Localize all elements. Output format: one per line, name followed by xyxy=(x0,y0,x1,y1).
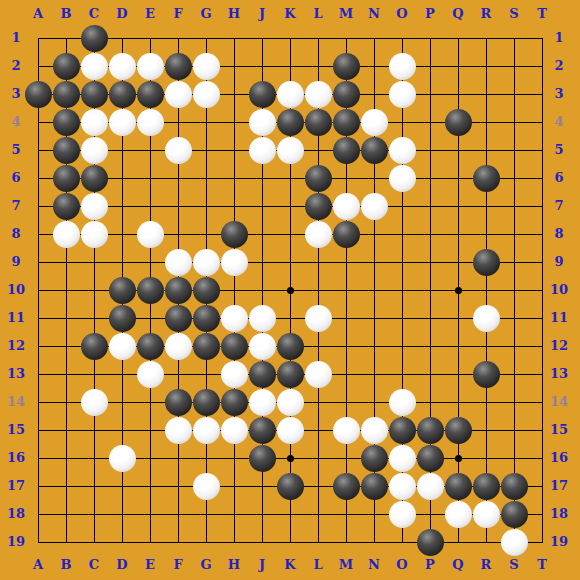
white-stone-F3 xyxy=(165,81,192,108)
white-stone-N7 xyxy=(361,193,388,220)
col-label-top-K: K xyxy=(280,7,300,21)
row-label-right-1: 1 xyxy=(546,31,572,45)
black-stone-M2 xyxy=(333,53,360,80)
black-stone-F10 xyxy=(165,277,192,304)
row-label-left-1: 1 xyxy=(3,31,29,45)
black-stone-H12 xyxy=(221,333,248,360)
row-label-right-3: 3 xyxy=(546,87,572,101)
white-stone-L3 xyxy=(305,81,332,108)
row-label-right-4: 4 xyxy=(546,115,572,129)
black-stone-G14 xyxy=(193,389,220,416)
col-label-bottom-P: P xyxy=(420,558,440,572)
col-label-top-G: G xyxy=(196,7,216,21)
star-point-Q16 xyxy=(455,455,462,462)
row-label-left-2: 2 xyxy=(3,59,29,73)
white-stone-N4 xyxy=(361,109,388,136)
white-stone-J14 xyxy=(249,389,276,416)
white-stone-C2 xyxy=(81,53,108,80)
col-label-bottom-C: C xyxy=(84,558,104,572)
col-label-bottom-G: G xyxy=(196,558,216,572)
black-stone-O15 xyxy=(389,417,416,444)
white-stone-O16 xyxy=(389,445,416,472)
col-label-bottom-H: H xyxy=(224,558,244,572)
black-stone-H14 xyxy=(221,389,248,416)
black-stone-J13 xyxy=(249,361,276,388)
white-stone-M7 xyxy=(333,193,360,220)
col-label-bottom-D: D xyxy=(112,558,132,572)
col-label-bottom-Q: Q xyxy=(448,558,468,572)
white-stone-D2 xyxy=(109,53,136,80)
col-label-top-J: J xyxy=(252,7,272,21)
row-label-right-2: 2 xyxy=(546,59,572,73)
row-label-left-13: 13 xyxy=(3,367,29,381)
col-label-top-E: E xyxy=(140,7,160,21)
white-stone-C8 xyxy=(81,221,108,248)
col-label-top-P: P xyxy=(420,7,440,21)
white-stone-O18 xyxy=(389,501,416,528)
white-stone-E8 xyxy=(137,221,164,248)
black-stone-A3 xyxy=(25,81,52,108)
black-stone-Q4 xyxy=(445,109,472,136)
white-stone-O3 xyxy=(389,81,416,108)
black-stone-N5 xyxy=(361,137,388,164)
col-label-bottom-T: T xyxy=(532,558,552,572)
col-label-top-C: C xyxy=(84,7,104,21)
white-stone-R18 xyxy=(473,501,500,528)
black-stone-E12 xyxy=(137,333,164,360)
white-stone-G9 xyxy=(193,249,220,276)
white-stone-F9 xyxy=(165,249,192,276)
star-point-K10 xyxy=(287,287,294,294)
white-stone-G15 xyxy=(193,417,220,444)
white-stone-C4 xyxy=(81,109,108,136)
white-stone-H13 xyxy=(221,361,248,388)
col-label-top-O: O xyxy=(392,7,412,21)
black-stone-L7 xyxy=(305,193,332,220)
col-label-top-F: F xyxy=(168,7,188,21)
white-stone-E13 xyxy=(137,361,164,388)
row-label-left-15: 15 xyxy=(3,423,29,437)
white-stone-O17 xyxy=(389,473,416,500)
white-stone-H9 xyxy=(221,249,248,276)
row-label-right-11: 11 xyxy=(546,311,572,325)
row-label-right-6: 6 xyxy=(546,171,572,185)
black-stone-B7 xyxy=(53,193,80,220)
black-stone-J3 xyxy=(249,81,276,108)
black-stone-G10 xyxy=(193,277,220,304)
col-label-top-T: T xyxy=(532,7,552,21)
black-stone-P15 xyxy=(417,417,444,444)
row-label-left-5: 5 xyxy=(3,143,29,157)
black-stone-L6 xyxy=(305,165,332,192)
white-stone-J4 xyxy=(249,109,276,136)
row-label-right-12: 12 xyxy=(546,339,572,353)
col-label-bottom-E: E xyxy=(140,558,160,572)
black-stone-M17 xyxy=(333,473,360,500)
white-stone-R11 xyxy=(473,305,500,332)
row-label-left-14: 14 xyxy=(3,395,29,409)
white-stone-G2 xyxy=(193,53,220,80)
white-stone-D12 xyxy=(109,333,136,360)
white-stone-F5 xyxy=(165,137,192,164)
black-stone-F2 xyxy=(165,53,192,80)
black-stone-L4 xyxy=(305,109,332,136)
row-label-left-11: 11 xyxy=(3,311,29,325)
black-stone-Q15 xyxy=(445,417,472,444)
row-label-left-8: 8 xyxy=(3,227,29,241)
white-stone-L11 xyxy=(305,305,332,332)
black-stone-J16 xyxy=(249,445,276,472)
white-stone-S19 xyxy=(501,529,528,556)
col-label-bottom-F: F xyxy=(168,558,188,572)
row-label-right-9: 9 xyxy=(546,255,572,269)
col-label-top-R: R xyxy=(476,7,496,21)
row-label-left-9: 9 xyxy=(3,255,29,269)
black-stone-S18 xyxy=(501,501,528,528)
col-label-bottom-A: A xyxy=(28,558,48,572)
col-label-bottom-L: L xyxy=(308,558,328,572)
white-stone-D16 xyxy=(109,445,136,472)
white-stone-C7 xyxy=(81,193,108,220)
black-stone-D11 xyxy=(109,305,136,332)
black-stone-K12 xyxy=(277,333,304,360)
black-stone-B3 xyxy=(53,81,80,108)
black-stone-B4 xyxy=(53,109,80,136)
col-label-bottom-S: S xyxy=(504,558,524,572)
white-stone-L8 xyxy=(305,221,332,248)
white-stone-M15 xyxy=(333,417,360,444)
black-stone-F14 xyxy=(165,389,192,416)
col-label-bottom-N: N xyxy=(364,558,384,572)
black-stone-M3 xyxy=(333,81,360,108)
white-stone-O14 xyxy=(389,389,416,416)
white-stone-L13 xyxy=(305,361,332,388)
row-label-left-4: 4 xyxy=(3,115,29,129)
black-stone-H8 xyxy=(221,221,248,248)
white-stone-H11 xyxy=(221,305,248,332)
white-stone-J11 xyxy=(249,305,276,332)
black-stone-G11 xyxy=(193,305,220,332)
col-label-bottom-B: B xyxy=(56,558,76,572)
row-label-right-18: 18 xyxy=(546,507,572,521)
col-label-bottom-J: J xyxy=(252,558,272,572)
row-label-left-18: 18 xyxy=(3,507,29,521)
black-stone-J15 xyxy=(249,417,276,444)
white-stone-J12 xyxy=(249,333,276,360)
white-stone-P17 xyxy=(417,473,444,500)
white-stone-N15 xyxy=(361,417,388,444)
go-board: AABBCCDDEEFFGGHHJJKKLLMMNNOOPPQQRRSSTT11… xyxy=(0,0,580,580)
white-stone-F12 xyxy=(165,333,192,360)
white-stone-B8 xyxy=(53,221,80,248)
black-stone-R13 xyxy=(473,361,500,388)
row-label-left-17: 17 xyxy=(3,479,29,493)
row-label-left-19: 19 xyxy=(3,535,29,549)
black-stone-K13 xyxy=(277,361,304,388)
col-label-top-H: H xyxy=(224,7,244,21)
white-stone-K15 xyxy=(277,417,304,444)
col-label-top-L: L xyxy=(308,7,328,21)
col-label-top-N: N xyxy=(364,7,384,21)
black-stone-E3 xyxy=(137,81,164,108)
row-label-left-6: 6 xyxy=(3,171,29,185)
black-stone-C1 xyxy=(81,25,108,52)
black-stone-D10 xyxy=(109,277,136,304)
black-stone-R9 xyxy=(473,249,500,276)
white-stone-Q18 xyxy=(445,501,472,528)
black-stone-B6 xyxy=(53,165,80,192)
black-stone-B2 xyxy=(53,53,80,80)
white-stone-E4 xyxy=(137,109,164,136)
row-label-left-10: 10 xyxy=(3,283,29,297)
black-stone-S17 xyxy=(501,473,528,500)
black-stone-M4 xyxy=(333,109,360,136)
black-stone-C3 xyxy=(81,81,108,108)
row-label-right-8: 8 xyxy=(546,227,572,241)
col-label-top-A: A xyxy=(28,7,48,21)
row-label-right-15: 15 xyxy=(546,423,572,437)
white-stone-C14 xyxy=(81,389,108,416)
col-label-bottom-O: O xyxy=(392,558,412,572)
star-point-Q10 xyxy=(455,287,462,294)
white-stone-K3 xyxy=(277,81,304,108)
col-label-top-Q: Q xyxy=(448,7,468,21)
black-stone-N16 xyxy=(361,445,388,472)
black-stone-B5 xyxy=(53,137,80,164)
col-label-top-S: S xyxy=(504,7,524,21)
white-stone-O2 xyxy=(389,53,416,80)
row-label-left-12: 12 xyxy=(3,339,29,353)
white-stone-C5 xyxy=(81,137,108,164)
white-stone-O6 xyxy=(389,165,416,192)
black-stone-C12 xyxy=(81,333,108,360)
white-stone-G3 xyxy=(193,81,220,108)
star-point-K16 xyxy=(287,455,294,462)
row-label-left-16: 16 xyxy=(3,451,29,465)
row-label-right-14: 14 xyxy=(546,395,572,409)
white-stone-F15 xyxy=(165,417,192,444)
col-label-top-M: M xyxy=(336,7,356,21)
white-stone-E2 xyxy=(137,53,164,80)
white-stone-K14 xyxy=(277,389,304,416)
col-label-bottom-K: K xyxy=(280,558,300,572)
white-stone-O5 xyxy=(389,137,416,164)
row-label-right-10: 10 xyxy=(546,283,572,297)
black-stone-K17 xyxy=(277,473,304,500)
black-stone-K4 xyxy=(277,109,304,136)
black-stone-F11 xyxy=(165,305,192,332)
row-label-right-16: 16 xyxy=(546,451,572,465)
row-label-right-19: 19 xyxy=(546,535,572,549)
row-label-left-7: 7 xyxy=(3,199,29,213)
black-stone-D3 xyxy=(109,81,136,108)
black-stone-M8 xyxy=(333,221,360,248)
black-stone-P19 xyxy=(417,529,444,556)
col-label-bottom-R: R xyxy=(476,558,496,572)
white-stone-J5 xyxy=(249,137,276,164)
black-stone-M5 xyxy=(333,137,360,164)
black-stone-G12 xyxy=(193,333,220,360)
black-stone-P16 xyxy=(417,445,444,472)
white-stone-H15 xyxy=(221,417,248,444)
row-label-right-17: 17 xyxy=(546,479,572,493)
black-stone-E10 xyxy=(137,277,164,304)
black-stone-R17 xyxy=(473,473,500,500)
black-stone-R6 xyxy=(473,165,500,192)
black-stone-N17 xyxy=(361,473,388,500)
white-stone-D4 xyxy=(109,109,136,136)
row-label-right-7: 7 xyxy=(546,199,572,213)
row-label-right-5: 5 xyxy=(546,143,572,157)
black-stone-Q17 xyxy=(445,473,472,500)
white-stone-G17 xyxy=(193,473,220,500)
black-stone-C6 xyxy=(81,165,108,192)
row-label-right-13: 13 xyxy=(546,367,572,381)
col-label-bottom-M: M xyxy=(336,558,356,572)
col-label-top-D: D xyxy=(112,7,132,21)
col-label-top-B: B xyxy=(56,7,76,21)
white-stone-K5 xyxy=(277,137,304,164)
